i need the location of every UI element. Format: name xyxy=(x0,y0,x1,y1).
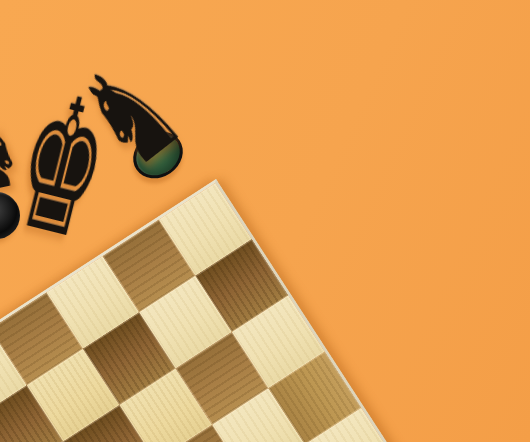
photo-scene: ♚ ♞ ♞ xyxy=(0,0,530,442)
